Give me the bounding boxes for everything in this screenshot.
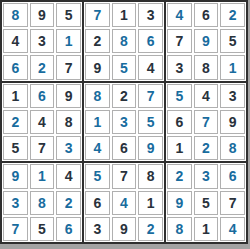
cell-r4c4[interactable]: 8 <box>85 84 110 108</box>
cell-r4c1[interactable]: 1 <box>3 84 28 108</box>
cell-r5c4[interactable]: 1 <box>85 110 110 134</box>
cell-r5c1[interactable]: 2 <box>3 110 28 134</box>
cell-r1c1[interactable]: 8 <box>3 3 28 27</box>
cell-r6c8[interactable]: 2 <box>194 136 219 160</box>
cell-r8c7[interactable]: 9 <box>167 191 192 215</box>
cell-r9c6[interactable]: 2 <box>138 217 163 241</box>
cell-r3c5[interactable]: 5 <box>112 55 137 79</box>
cell-r9c8[interactable]: 1 <box>194 217 219 241</box>
box-3-2: 578641392 <box>84 163 164 242</box>
cell-r3c7[interactable]: 3 <box>167 55 192 79</box>
cell-r6c5[interactable]: 6 <box>112 136 137 160</box>
cell-r5c8[interactable]: 7 <box>194 110 219 134</box>
cell-r2c4[interactable]: 2 <box>85 29 110 53</box>
cell-r3c2[interactable]: 2 <box>30 55 55 79</box>
cell-r9c7[interactable]: 8 <box>167 217 192 241</box>
cell-r8c8[interactable]: 5 <box>194 191 219 215</box>
cell-r1c8[interactable]: 6 <box>194 3 219 27</box>
cell-r2c8[interactable]: 9 <box>194 29 219 53</box>
box-1-1: 895431627 <box>2 2 82 81</box>
cell-r2c3[interactable]: 1 <box>56 29 81 53</box>
cell-r5c5[interactable]: 3 <box>112 110 137 134</box>
cell-r9c5[interactable]: 9 <box>112 217 137 241</box>
cell-r2c9[interactable]: 5 <box>220 29 245 53</box>
cell-r4c2[interactable]: 6 <box>30 84 55 108</box>
cell-r9c4[interactable]: 3 <box>85 217 110 241</box>
sudoku-board: 8954316277132869544627953811692485738271… <box>0 0 248 244</box>
cell-r2c6[interactable]: 6 <box>138 29 163 53</box>
box-3-1: 914382756 <box>2 163 82 242</box>
cell-r6c9[interactable]: 8 <box>220 136 245 160</box>
cell-r7c4[interactable]: 5 <box>85 164 110 188</box>
cell-r4c5[interactable]: 2 <box>112 84 137 108</box>
cell-r7c8[interactable]: 3 <box>194 164 219 188</box>
cell-r1c9[interactable]: 2 <box>220 3 245 27</box>
cell-r7c3[interactable]: 4 <box>56 164 81 188</box>
box-2-2: 827135469 <box>84 83 164 162</box>
cell-r3c1[interactable]: 6 <box>3 55 28 79</box>
cell-r5c2[interactable]: 4 <box>30 110 55 134</box>
cell-r2c1[interactable]: 4 <box>3 29 28 53</box>
cell-r9c2[interactable]: 5 <box>30 217 55 241</box>
cell-r8c3[interactable]: 2 <box>56 191 81 215</box>
cell-r7c5[interactable]: 7 <box>112 164 137 188</box>
cell-r6c3[interactable]: 3 <box>56 136 81 160</box>
cell-r6c4[interactable]: 4 <box>85 136 110 160</box>
cell-r6c1[interactable]: 5 <box>3 136 28 160</box>
cell-r5c6[interactable]: 5 <box>138 110 163 134</box>
box-1-3: 462795381 <box>166 2 246 81</box>
cell-r7c6[interactable]: 8 <box>138 164 163 188</box>
cell-r2c2[interactable]: 3 <box>30 29 55 53</box>
cell-r6c7[interactable]: 1 <box>167 136 192 160</box>
cell-r7c2[interactable]: 1 <box>30 164 55 188</box>
cell-r1c5[interactable]: 1 <box>112 3 137 27</box>
cell-r7c7[interactable]: 2 <box>167 164 192 188</box>
cell-r4c9[interactable]: 3 <box>220 84 245 108</box>
cell-r4c8[interactable]: 4 <box>194 84 219 108</box>
cell-r5c3[interactable]: 8 <box>56 110 81 134</box>
cell-r5c9[interactable]: 9 <box>220 110 245 134</box>
cell-r2c7[interactable]: 7 <box>167 29 192 53</box>
cell-r6c6[interactable]: 9 <box>138 136 163 160</box>
cell-r5c7[interactable]: 6 <box>167 110 192 134</box>
cell-r3c9[interactable]: 1 <box>220 55 245 79</box>
cell-r8c9[interactable]: 7 <box>220 191 245 215</box>
cell-r7c1[interactable]: 9 <box>3 164 28 188</box>
cell-r2c5[interactable]: 8 <box>112 29 137 53</box>
box-3-3: 236957814 <box>166 163 246 242</box>
cell-r1c7[interactable]: 4 <box>167 3 192 27</box>
cell-r7c9[interactable]: 6 <box>220 164 245 188</box>
cell-r6c2[interactable]: 7 <box>30 136 55 160</box>
cell-r3c6[interactable]: 4 <box>138 55 163 79</box>
sudoku-screen: 8954316277132869544627953811692485738271… <box>0 0 250 249</box>
cell-r8c6[interactable]: 1 <box>138 191 163 215</box>
cell-r9c9[interactable]: 4 <box>220 217 245 241</box>
cell-r8c1[interactable]: 3 <box>3 191 28 215</box>
cell-r3c8[interactable]: 8 <box>194 55 219 79</box>
cell-r9c1[interactable]: 7 <box>3 217 28 241</box>
cell-r8c5[interactable]: 4 <box>112 191 137 215</box>
cell-r1c6[interactable]: 3 <box>138 3 163 27</box>
cell-r4c6[interactable]: 7 <box>138 84 163 108</box>
cell-r8c2[interactable]: 8 <box>30 191 55 215</box>
cell-r4c3[interactable]: 9 <box>56 84 81 108</box>
cell-r1c4[interactable]: 7 <box>85 3 110 27</box>
box-2-1: 169248573 <box>2 83 82 162</box>
cell-r1c3[interactable]: 5 <box>56 3 81 27</box>
box-1-2: 713286954 <box>84 2 164 81</box>
cell-r1c2[interactable]: 9 <box>30 3 55 27</box>
cell-r9c3[interactable]: 6 <box>56 217 81 241</box>
box-2-3: 543679128 <box>166 83 246 162</box>
cell-r3c4[interactable]: 9 <box>85 55 110 79</box>
cell-r8c4[interactable]: 6 <box>85 191 110 215</box>
cell-r4c7[interactable]: 5 <box>167 84 192 108</box>
cell-r3c3[interactable]: 7 <box>56 55 81 79</box>
